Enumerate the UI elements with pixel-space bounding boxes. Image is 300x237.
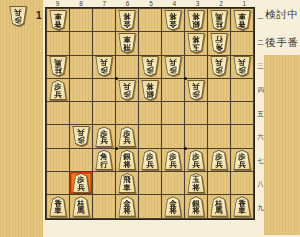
board-square-4a[interactable]: 金将 [162, 9, 184, 31]
board-square-6i[interactable]: 金将 [116, 195, 138, 217]
board-square-7c[interactable]: 歩兵 [93, 56, 115, 78]
piece-kanji: 歩 [169, 66, 177, 74]
piece-kanji: 将 [146, 82, 154, 90]
piece-lance-1a[interactable]: 香車 [233, 10, 251, 31]
board-square-5c[interactable]: 歩兵 [139, 56, 161, 78]
piece-kanji: 歩 [146, 66, 154, 74]
piece-kanji: 玉 [192, 43, 200, 51]
board-square-9d[interactable]: 歩兵 [47, 79, 69, 101]
piece-lance-9i[interactable]: 香車 [49, 196, 67, 217]
piece-kanji: 将 [123, 207, 131, 215]
piece-kanji: 歩 [14, 16, 22, 24]
board-square-3e[interactable] [185, 102, 207, 124]
board-square-2d[interactable] [208, 79, 230, 101]
piece-kanji: 桂 [215, 19, 223, 27]
piece-knight-9c[interactable]: 桂馬 [49, 56, 67, 77]
board-square-9a[interactable]: 香車 [47, 9, 69, 31]
board-square-5e[interactable] [139, 102, 161, 124]
piece-kanji: 金 [169, 19, 177, 27]
board-square-1h[interactable] [231, 172, 253, 194]
piece-kanji: 金 [123, 19, 131, 27]
piece-kanji: 兵 [123, 137, 131, 145]
status-analyzing: 検討中 [265, 8, 299, 22]
board-square-1b[interactable] [231, 32, 253, 54]
piece-kanji: 馬 [77, 207, 85, 215]
piece-knight-2a[interactable]: 桂馬 [210, 10, 228, 31]
board-square-6g[interactable]: 銀将 [116, 149, 138, 171]
piece-pawn-7c[interactable]: 歩兵 [95, 56, 113, 77]
board-square-9g[interactable] [47, 149, 69, 171]
piece-kanji: 歩 [77, 136, 85, 144]
piece-kanji: 兵 [215, 161, 223, 169]
piece-kanji: 兵 [169, 161, 177, 169]
piece-silver-5d[interactable]: 銀将 [141, 80, 159, 101]
board-square-1i[interactable]: 香車 [231, 195, 253, 217]
rank-label: 一 [257, 8, 265, 32]
board-square-5g[interactable]: 歩兵 [139, 149, 161, 171]
gote-hand-pawn-slot: 歩兵 [9, 6, 27, 27]
piece-kanji: 兵 [192, 161, 200, 169]
piece-kanji: 兵 [77, 128, 85, 136]
piece-silver-3a[interactable]: 銀将 [187, 10, 205, 31]
board-square-4b[interactable] [162, 32, 184, 54]
piece-pawn-2c[interactable]: 歩兵 [210, 56, 228, 77]
piece-kanji: 車 [54, 12, 62, 20]
piece-kanji: 馬 [215, 12, 223, 20]
board-square-3g[interactable]: 歩兵 [185, 149, 207, 171]
board-square-2f[interactable] [208, 125, 230, 147]
piece-kanji: 兵 [77, 184, 85, 192]
board-square-7e[interactable] [93, 102, 115, 124]
board-square-7g[interactable]: 角行 [93, 149, 115, 171]
board-square-1f[interactable] [231, 125, 253, 147]
piece-pawn-6d[interactable]: 歩兵 [118, 80, 136, 101]
board-square-5f[interactable] [139, 125, 161, 147]
piece-pawn-5c[interactable]: 歩兵 [141, 56, 159, 77]
board-square-5b[interactable] [139, 32, 161, 54]
board-square-3c[interactable] [185, 56, 207, 78]
piece-kanji: 馬 [54, 58, 62, 66]
piece-pawn-3g[interactable]: 歩兵 [187, 150, 205, 171]
piece-pawn-9d[interactable]: 歩兵 [49, 80, 67, 101]
board-square-7a[interactable] [93, 9, 115, 31]
piece-lance-9a[interactable]: 香車 [49, 10, 67, 31]
board-square-7h[interactable] [93, 172, 115, 194]
piece-kanji: 将 [192, 184, 200, 192]
piece-silver-3i[interactable]: 銀将 [187, 196, 205, 217]
board-square-7i[interactable] [93, 195, 115, 217]
board-square-3a[interactable]: 銀将 [185, 9, 207, 31]
piece-kanji: 将 [192, 35, 200, 43]
piece-kanji: 歩 [238, 66, 246, 74]
board-square-4h[interactable] [162, 172, 184, 194]
piece-kanji: 将 [123, 12, 131, 20]
piece-kanji: 兵 [146, 58, 154, 66]
board-square-6e[interactable] [116, 102, 138, 124]
board-square-4g[interactable]: 歩兵 [162, 149, 184, 171]
board-square-7f[interactable]: 歩兵 [93, 125, 115, 147]
piece-kanji: 歩 [123, 89, 131, 97]
board-square-1d[interactable] [231, 79, 253, 101]
piece-kanji: 兵 [169, 58, 177, 66]
piece-kanji: 将 [123, 161, 131, 169]
piece-kanji: 銀 [192, 19, 200, 27]
piece-kanji: 将 [169, 12, 177, 20]
status-turn-indicator: 後手番 [265, 36, 299, 50]
piece-rook-6h[interactable]: 飛車 [118, 173, 136, 194]
piece-kanji: 車 [238, 207, 246, 215]
piece-kanji: 兵 [54, 91, 62, 99]
board-square-5d[interactable]: 銀将 [139, 79, 161, 101]
piece-kanji: 桂 [54, 66, 62, 74]
piece-pawn-8h[interactable]: 歩兵 [72, 173, 90, 194]
piece-pawn-3d[interactable]: 歩兵 [187, 80, 205, 101]
piece-gold-6i[interactable]: 金将 [118, 196, 136, 217]
piece-kanji: 行 [215, 35, 223, 43]
board-square-8b[interactable] [70, 32, 92, 54]
file-labels: 987654321 [46, 0, 256, 7]
board-square-1e[interactable] [231, 102, 253, 124]
file-label: 6 [116, 0, 139, 7]
piece-pawn-5g[interactable]: 歩兵 [141, 150, 159, 171]
board-square-9e[interactable] [47, 102, 69, 124]
board-square-3d[interactable]: 歩兵 [185, 79, 207, 101]
board-square-9i[interactable]: 香車 [47, 195, 69, 217]
board-square-4e[interactable] [162, 102, 184, 124]
piece-kanji: 兵 [14, 8, 22, 16]
board-square-3h[interactable]: 玉将 [185, 172, 207, 194]
piece-kanji: 将 [169, 207, 177, 215]
piece-kanji: 兵 [100, 58, 108, 66]
board-square-4f[interactable] [162, 125, 184, 147]
board[interactable]: 香車金将金将銀将桂馬香車飛車玉将角行桂馬歩兵歩兵歩兵歩兵歩兵歩兵歩兵銀将歩兵歩兵… [45, 7, 255, 220]
file-label: 2 [209, 0, 232, 7]
piece-knight-2i[interactable]: 桂馬 [210, 196, 228, 217]
piece-kanji: 行 [100, 161, 108, 169]
board-square-5i[interactable] [139, 195, 161, 217]
piece-silver-6g[interactable]: 銀将 [118, 150, 136, 171]
piece-pawn-8f[interactable]: 歩兵 [72, 126, 90, 147]
board-square-2g[interactable]: 歩兵 [208, 149, 230, 171]
piece-gold-4a[interactable]: 金将 [164, 10, 182, 31]
piece-pawn-in-hand[interactable]: 歩兵 [9, 6, 27, 27]
board-square-8f[interactable]: 歩兵 [70, 125, 92, 147]
piece-kanji: 将 [192, 207, 200, 215]
piece-kanji: 香 [54, 19, 62, 27]
piece-kanji: 歩 [100, 66, 108, 74]
piece-kanji: 角 [215, 43, 223, 51]
piece-lance-1i[interactable]: 香車 [233, 196, 251, 217]
board-square-4d[interactable] [162, 79, 184, 101]
board-square-3f[interactable] [185, 125, 207, 147]
board-square-6f[interactable]: 歩兵 [116, 125, 138, 147]
piece-pawn-4c[interactable]: 歩兵 [164, 56, 182, 77]
board-square-1g[interactable]: 歩兵 [231, 149, 253, 171]
board-square-6h[interactable]: 飛車 [116, 172, 138, 194]
board-square-2c[interactable]: 歩兵 [208, 56, 230, 78]
piece-pawn-4g[interactable]: 歩兵 [164, 150, 182, 171]
piece-kanji: 兵 [238, 58, 246, 66]
board-square-6d[interactable]: 歩兵 [116, 79, 138, 101]
board-square-8d[interactable] [70, 79, 92, 101]
piece-kanji: 香 [238, 19, 246, 27]
board-square-9h[interactable] [47, 172, 69, 194]
gote-hand-pawn-count: 1 [36, 10, 42, 21]
piece-pawn-2g[interactable]: 歩兵 [210, 150, 228, 171]
piece-knight-8i[interactable]: 桂馬 [72, 196, 90, 217]
star-point-dot [184, 147, 187, 150]
piece-kanji: 兵 [192, 82, 200, 90]
piece-pawn-1c[interactable]: 歩兵 [233, 56, 251, 77]
board-square-7b[interactable] [93, 32, 115, 54]
file-label: 7 [93, 0, 116, 7]
board-square-4i[interactable]: 金将 [162, 195, 184, 217]
board-square-7d[interactable] [93, 79, 115, 101]
board-square-2a[interactable]: 桂馬 [208, 9, 230, 31]
board-square-5h[interactable] [139, 172, 161, 194]
rank-label: 二 [257, 32, 265, 56]
board-square-8c[interactable] [70, 56, 92, 78]
file-label: 9 [46, 0, 69, 7]
piece-kanji: 車 [238, 12, 246, 20]
piece-kanji: 兵 [123, 82, 131, 90]
piece-bishop-2b[interactable]: 角行 [210, 33, 228, 54]
board-square-2b[interactable]: 角行 [208, 32, 230, 54]
board-square-3b[interactable]: 玉将 [185, 32, 207, 54]
piece-bishop-7g[interactable]: 角行 [95, 150, 113, 171]
piece-king-3b[interactable]: 玉将 [187, 33, 205, 54]
board-square-9c[interactable]: 桂馬 [47, 56, 69, 78]
piece-gold-6a[interactable]: 金将 [118, 10, 136, 31]
sente-captured-stand [264, 55, 300, 235]
piece-king-3h[interactable]: 玉将 [187, 173, 205, 194]
board-square-2h[interactable] [208, 172, 230, 194]
board-square-8h[interactable]: 歩兵 [70, 172, 92, 194]
piece-pawn-7f[interactable]: 歩兵 [95, 126, 113, 147]
board-square-6a[interactable]: 金将 [116, 9, 138, 31]
board-square-5a[interactable] [139, 9, 161, 31]
piece-pawn-1g[interactable]: 歩兵 [233, 150, 251, 171]
file-label: 1 [233, 0, 256, 7]
board-square-9f[interactable] [47, 125, 69, 147]
file-label: 3 [186, 0, 209, 7]
board-square-8i[interactable]: 桂馬 [70, 195, 92, 217]
piece-kanji: 兵 [146, 161, 154, 169]
piece-kanji: 兵 [215, 58, 223, 66]
board-square-8e[interactable] [70, 102, 92, 124]
file-label: 5 [139, 0, 162, 7]
star-point-dot [115, 147, 118, 150]
board-square-2i[interactable]: 桂馬 [208, 195, 230, 217]
piece-kanji: 歩 [215, 66, 223, 74]
board-square-6b[interactable]: 飛車 [116, 32, 138, 54]
piece-kanji: 銀 [146, 89, 154, 97]
piece-kanji: 飛 [123, 43, 131, 51]
gote-captured-stand: 歩兵 1 [0, 0, 43, 237]
piece-kanji: 馬 [215, 207, 223, 215]
piece-kanji: 車 [123, 35, 131, 43]
file-label: 8 [69, 0, 92, 7]
piece-kanji: 将 [192, 12, 200, 20]
board-square-4c[interactable]: 歩兵 [162, 56, 184, 78]
board-square-1c[interactable]: 歩兵 [231, 56, 253, 78]
piece-gold-4i[interactable]: 金将 [164, 196, 182, 217]
board-square-3i[interactable]: 銀将 [185, 195, 207, 217]
board-square-8a[interactable] [70, 9, 92, 31]
piece-kanji: 兵 [100, 137, 108, 145]
file-label: 4 [163, 0, 186, 7]
piece-kanji: 車 [123, 184, 131, 192]
piece-pawn-6f[interactable]: 歩兵 [118, 126, 136, 147]
piece-kanji: 歩 [192, 89, 200, 97]
board-square-1a[interactable]: 香車 [231, 9, 253, 31]
piece-kanji: 車 [54, 207, 62, 215]
board-square-6c[interactable] [116, 56, 138, 78]
board-square-2e[interactable] [208, 102, 230, 124]
board-square-9b[interactable] [47, 32, 69, 54]
piece-rook-6b[interactable]: 飛車 [118, 33, 136, 54]
board-square-8g[interactable] [70, 149, 92, 171]
piece-kanji: 兵 [238, 161, 246, 169]
